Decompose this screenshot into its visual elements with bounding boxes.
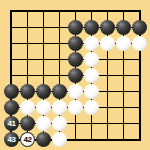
point-H8[interactable] bbox=[116, 20, 132, 36]
point-C6[interactable] bbox=[36, 52, 52, 68]
white-stone-F4 bbox=[84, 84, 100, 100]
point-H7[interactable] bbox=[116, 36, 132, 52]
point-J1[interactable] bbox=[132, 132, 148, 148]
point-E1[interactable] bbox=[68, 132, 84, 148]
point-H3[interactable] bbox=[116, 100, 132, 116]
white-stone-F5 bbox=[84, 68, 100, 84]
white-stone-E4 bbox=[68, 84, 84, 100]
point-B7[interactable] bbox=[20, 36, 36, 52]
point-A2[interactable]: 41 bbox=[4, 116, 20, 132]
white-stone-H7 bbox=[116, 36, 132, 52]
point-F6[interactable] bbox=[84, 52, 100, 68]
black-stone-J8 bbox=[132, 20, 148, 36]
white-stone-E3 bbox=[68, 100, 84, 116]
white-stone-D1 bbox=[52, 132, 68, 148]
point-B9[interactable] bbox=[20, 4, 36, 20]
point-D9[interactable] bbox=[52, 4, 68, 20]
point-C7[interactable] bbox=[36, 36, 52, 52]
point-B3[interactable] bbox=[20, 100, 36, 116]
white-stone-B1: 42 bbox=[20, 132, 36, 148]
point-B8[interactable] bbox=[20, 20, 36, 36]
point-H9[interactable] bbox=[116, 4, 132, 20]
move-number-label: 43 bbox=[8, 136, 16, 144]
point-J2[interactable] bbox=[132, 116, 148, 132]
point-A6[interactable] bbox=[4, 52, 20, 68]
point-E8[interactable] bbox=[68, 20, 84, 36]
point-B1[interactable]: 42 bbox=[20, 132, 36, 148]
point-A8[interactable] bbox=[4, 20, 20, 36]
point-G9[interactable] bbox=[100, 4, 116, 20]
point-D4[interactable] bbox=[52, 84, 68, 100]
point-G8[interactable] bbox=[100, 20, 116, 36]
point-D6[interactable] bbox=[52, 52, 68, 68]
white-stone-B3 bbox=[20, 100, 36, 116]
go-board: 414342 bbox=[0, 0, 150, 150]
white-stone-J7 bbox=[132, 36, 148, 52]
black-stone-D4 bbox=[52, 84, 68, 100]
black-stone-A3 bbox=[4, 100, 20, 116]
point-A3[interactable] bbox=[4, 100, 20, 116]
black-stone-E7 bbox=[68, 36, 84, 52]
point-A1[interactable]: 43 bbox=[4, 132, 20, 148]
point-H6[interactable] bbox=[116, 52, 132, 68]
point-J3[interactable] bbox=[132, 100, 148, 116]
point-H2[interactable] bbox=[116, 116, 132, 132]
black-stone-E8 bbox=[68, 20, 84, 36]
black-stone-B2 bbox=[20, 116, 36, 132]
point-G6[interactable] bbox=[100, 52, 116, 68]
move-number-label: 42 bbox=[24, 136, 32, 144]
point-J4[interactable] bbox=[132, 84, 148, 100]
point-G7[interactable] bbox=[100, 36, 116, 52]
black-stone-A2: 41 bbox=[4, 116, 20, 132]
move-number-label: 41 bbox=[8, 120, 16, 128]
point-C3[interactable] bbox=[36, 100, 52, 116]
point-J5[interactable] bbox=[132, 68, 148, 84]
point-E2[interactable] bbox=[68, 116, 84, 132]
black-stone-B4 bbox=[20, 84, 36, 100]
point-A5[interactable] bbox=[4, 68, 20, 84]
point-H5[interactable] bbox=[116, 68, 132, 84]
black-stone-C4 bbox=[36, 84, 52, 100]
black-stone-F8 bbox=[84, 20, 100, 36]
point-A9[interactable] bbox=[4, 4, 20, 20]
point-C9[interactable] bbox=[36, 4, 52, 20]
point-F5[interactable] bbox=[84, 68, 100, 84]
point-C8[interactable] bbox=[36, 20, 52, 36]
point-F4[interactable] bbox=[84, 84, 100, 100]
point-H1[interactable] bbox=[116, 132, 132, 148]
white-stone-F3 bbox=[84, 100, 100, 116]
white-stone-F6 bbox=[84, 52, 100, 68]
point-A7[interactable] bbox=[4, 36, 20, 52]
point-D3[interactable] bbox=[52, 100, 68, 116]
point-F9[interactable] bbox=[84, 4, 100, 20]
white-stone-D2 bbox=[52, 116, 68, 132]
point-E5[interactable] bbox=[68, 68, 84, 84]
point-E6[interactable] bbox=[68, 52, 84, 68]
point-J8[interactable] bbox=[132, 20, 148, 36]
white-stone-C2 bbox=[36, 116, 52, 132]
black-stone-H8 bbox=[116, 20, 132, 36]
point-F8[interactable] bbox=[84, 20, 100, 36]
point-E7[interactable] bbox=[68, 36, 84, 52]
black-stone-E5 bbox=[68, 68, 84, 84]
board-points: 414342 bbox=[4, 4, 148, 148]
white-stone-C3 bbox=[36, 100, 52, 116]
black-stone-A1: 43 bbox=[4, 132, 20, 148]
point-C5[interactable] bbox=[36, 68, 52, 84]
point-G2[interactable] bbox=[100, 116, 116, 132]
point-B4[interactable] bbox=[20, 84, 36, 100]
point-C2[interactable] bbox=[36, 116, 52, 132]
point-C4[interactable] bbox=[36, 84, 52, 100]
point-H4[interactable] bbox=[116, 84, 132, 100]
point-D1[interactable] bbox=[52, 132, 68, 148]
point-G3[interactable] bbox=[100, 100, 116, 116]
white-stone-G7 bbox=[100, 36, 116, 52]
point-A4[interactable] bbox=[4, 84, 20, 100]
point-E4[interactable] bbox=[68, 84, 84, 100]
point-F7[interactable] bbox=[84, 36, 100, 52]
point-G4[interactable] bbox=[100, 84, 116, 100]
point-D2[interactable] bbox=[52, 116, 68, 132]
black-stone-E6 bbox=[68, 52, 84, 68]
point-G5[interactable] bbox=[100, 68, 116, 84]
point-F2[interactable] bbox=[84, 116, 100, 132]
black-stone-A4 bbox=[4, 84, 20, 100]
point-B6[interactable] bbox=[20, 52, 36, 68]
point-D5[interactable] bbox=[52, 68, 68, 84]
point-J9[interactable] bbox=[132, 4, 148, 20]
point-F3[interactable] bbox=[84, 100, 100, 116]
black-stone-G8 bbox=[100, 20, 116, 36]
point-G1[interactable] bbox=[100, 132, 116, 148]
black-stone-C1 bbox=[36, 132, 52, 148]
point-J6[interactable] bbox=[132, 52, 148, 68]
white-stone-D3 bbox=[52, 100, 68, 116]
point-B2[interactable] bbox=[20, 116, 36, 132]
point-D7[interactable] bbox=[52, 36, 68, 52]
point-D8[interactable] bbox=[52, 20, 68, 36]
point-B5[interactable] bbox=[20, 68, 36, 84]
white-stone-F7 bbox=[84, 36, 100, 52]
point-C1[interactable] bbox=[36, 132, 52, 148]
point-E9[interactable] bbox=[68, 4, 84, 20]
point-E3[interactable] bbox=[68, 100, 84, 116]
point-J7[interactable] bbox=[132, 36, 148, 52]
point-F1[interactable] bbox=[84, 132, 100, 148]
